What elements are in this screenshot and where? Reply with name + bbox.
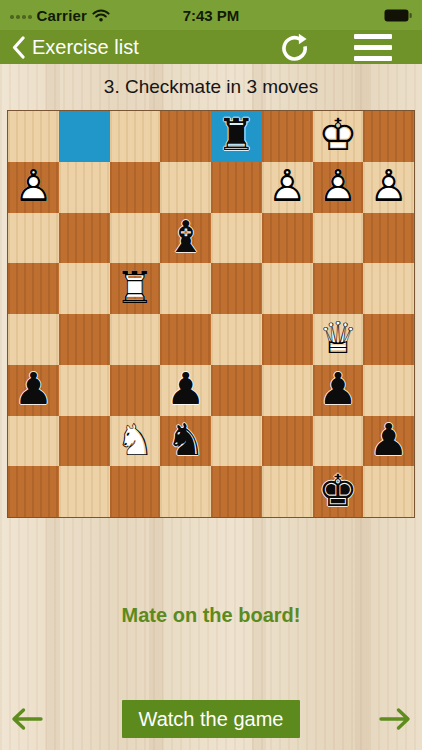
black-pawn[interactable]: ♟ — [8, 365, 59, 416]
nav-bar: Exercise list — [0, 30, 422, 64]
square-a3[interactable]: ♟ — [8, 365, 59, 416]
next-exercise-button[interactable] — [379, 707, 412, 731]
back-button-label: Exercise list — [32, 36, 139, 59]
square-b6[interactable] — [59, 213, 110, 264]
square-d6[interactable]: ♝ — [160, 213, 211, 264]
square-a2[interactable] — [8, 416, 59, 467]
square-e6[interactable] — [211, 213, 262, 264]
chevron-left-icon — [12, 36, 25, 59]
square-f4[interactable] — [262, 314, 313, 365]
back-button[interactable]: Exercise list — [12, 36, 139, 59]
square-c5[interactable]: ♜♖ — [110, 263, 161, 314]
white-pawn[interactable]: ♟♙ — [262, 162, 313, 213]
square-e1[interactable] — [211, 466, 262, 517]
square-d1[interactable] — [160, 466, 211, 517]
square-f8[interactable] — [262, 111, 313, 162]
square-c7[interactable] — [110, 162, 161, 213]
square-b5[interactable] — [59, 263, 110, 314]
square-b1[interactable] — [59, 466, 110, 517]
square-c1[interactable] — [110, 466, 161, 517]
square-a1[interactable] — [8, 466, 59, 517]
status-bar: Carrier 7:43 PM — [0, 0, 422, 30]
exercise-title: 3. Checkmate in 3 moves — [104, 76, 318, 98]
white-queen[interactable]: ♛♕ — [313, 314, 364, 365]
square-f2[interactable] — [262, 416, 313, 467]
square-e3[interactable] — [211, 365, 262, 416]
refresh-button[interactable] — [280, 33, 309, 62]
square-f3[interactable] — [262, 365, 313, 416]
white-rook[interactable]: ♜♖ — [110, 263, 161, 314]
board-area: ♜♚♔♟♙♟♙♟♙♟♙♝♜♖♛♕♟♟♟♞♘♞♟♚ — [0, 110, 422, 518]
arrow-right-icon — [379, 707, 412, 731]
square-c2[interactable]: ♞♘ — [110, 416, 161, 467]
square-e8[interactable]: ♜ — [211, 111, 262, 162]
square-d8[interactable] — [160, 111, 211, 162]
black-pawn[interactable]: ♟ — [160, 365, 211, 416]
app-screen: Carrier 7:43 PM — [0, 0, 422, 750]
square-f6[interactable] — [262, 213, 313, 264]
black-king[interactable]: ♚ — [313, 466, 364, 517]
previous-exercise-button[interactable] — [10, 707, 43, 731]
arrow-left-icon — [10, 707, 43, 731]
square-a4[interactable] — [8, 314, 59, 365]
black-pawn[interactable]: ♟ — [363, 416, 414, 467]
square-h5[interactable] — [363, 263, 414, 314]
square-g7[interactable]: ♟♙ — [313, 162, 364, 213]
square-b4[interactable] — [59, 314, 110, 365]
white-king[interactable]: ♚♔ — [313, 111, 364, 162]
refresh-icon — [280, 33, 309, 62]
square-g8[interactable]: ♚♔ — [313, 111, 364, 162]
square-c4[interactable] — [110, 314, 161, 365]
square-d4[interactable] — [160, 314, 211, 365]
square-b3[interactable] — [59, 365, 110, 416]
square-e2[interactable] — [211, 416, 262, 467]
white-knight[interactable]: ♞♘ — [110, 416, 161, 467]
title-strip: 3. Checkmate in 3 moves — [0, 64, 422, 110]
square-a7[interactable]: ♟♙ — [8, 162, 59, 213]
square-h4[interactable] — [363, 314, 414, 365]
square-g5[interactable] — [313, 263, 364, 314]
square-h3[interactable] — [363, 365, 414, 416]
black-rook[interactable]: ♜ — [211, 111, 262, 162]
square-a5[interactable] — [8, 263, 59, 314]
watch-game-button[interactable]: Watch the game — [122, 700, 301, 738]
menu-button[interactable] — [354, 34, 392, 61]
black-bishop[interactable]: ♝ — [160, 213, 211, 264]
clock-time: 7:43 PM — [0, 7, 422, 24]
square-a6[interactable] — [8, 213, 59, 264]
square-h8[interactable] — [363, 111, 414, 162]
square-f5[interactable] — [262, 263, 313, 314]
square-e7[interactable] — [211, 162, 262, 213]
chess-board: ♜♚♔♟♙♟♙♟♙♟♙♝♜♖♛♕♟♟♟♞♘♞♟♚ — [7, 110, 415, 518]
black-pawn[interactable]: ♟ — [313, 365, 364, 416]
square-d7[interactable] — [160, 162, 211, 213]
square-f7[interactable]: ♟♙ — [262, 162, 313, 213]
result-message: Mate on the board! — [0, 604, 422, 627]
square-b8[interactable] — [59, 111, 110, 162]
square-d5[interactable] — [160, 263, 211, 314]
square-g1[interactable]: ♚ — [313, 466, 364, 517]
square-d2[interactable]: ♞ — [160, 416, 211, 467]
hamburger-icon — [354, 34, 392, 39]
white-pawn[interactable]: ♟♙ — [313, 162, 364, 213]
square-c8[interactable] — [110, 111, 161, 162]
square-b7[interactable] — [59, 162, 110, 213]
square-f1[interactable] — [262, 466, 313, 517]
square-h1[interactable] — [363, 466, 414, 517]
square-b2[interactable] — [59, 416, 110, 467]
square-a8[interactable] — [8, 111, 59, 162]
square-g2[interactable] — [313, 416, 364, 467]
square-c6[interactable] — [110, 213, 161, 264]
square-d3[interactable]: ♟ — [160, 365, 211, 416]
white-pawn[interactable]: ♟♙ — [8, 162, 59, 213]
footer-bar: Watch the game — [0, 700, 422, 750]
square-g6[interactable] — [313, 213, 364, 264]
square-e4[interactable] — [211, 314, 262, 365]
square-g4[interactable]: ♛♕ — [313, 314, 364, 365]
square-c3[interactable] — [110, 365, 161, 416]
white-pawn[interactable]: ♟♙ — [363, 162, 414, 213]
square-h6[interactable] — [363, 213, 414, 264]
square-h2[interactable]: ♟ — [363, 416, 414, 467]
square-h7[interactable]: ♟♙ — [363, 162, 414, 213]
black-knight[interactable]: ♞ — [160, 416, 211, 467]
square-g3[interactable]: ♟ — [313, 365, 364, 416]
square-e5[interactable] — [211, 263, 262, 314]
